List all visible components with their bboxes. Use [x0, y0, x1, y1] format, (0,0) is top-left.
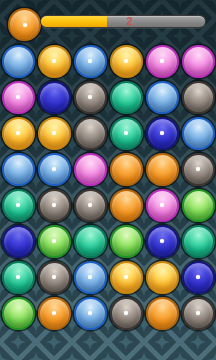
ball-center-dot [124, 131, 128, 135]
ball-gray-dotted[interactable] [38, 189, 71, 222]
board-cell [0, 43, 36, 79]
ball-center-dot [52, 203, 56, 207]
ball-green[interactable] [182, 189, 215, 222]
ball-orange[interactable] [146, 297, 179, 330]
ball-gray-dotted[interactable] [110, 297, 143, 330]
ball-teal[interactable] [182, 225, 215, 258]
ball-pink[interactable] [182, 45, 215, 78]
ball-center-dot [160, 203, 164, 207]
ball-green-dotted[interactable] [38, 225, 71, 258]
board-cell [72, 151, 108, 187]
board-cell [72, 223, 108, 259]
board-cell [72, 79, 108, 115]
board-cell [144, 295, 180, 331]
ball-gray-dotted[interactable] [182, 297, 215, 330]
board-cell [36, 223, 72, 259]
board-cell [0, 79, 36, 115]
board-cell [36, 187, 72, 223]
board-cell [180, 295, 216, 331]
progress-counter: 2 [126, 16, 132, 27]
ball-lightblue[interactable] [146, 81, 179, 114]
board-cell [180, 223, 216, 259]
ball-green[interactable] [2, 297, 35, 330]
ball-center-dot [88, 275, 92, 279]
ball-lightblue[interactable] [182, 117, 215, 150]
ball-center-dot [52, 275, 56, 279]
ball-center-dot [160, 59, 164, 63]
board-cell [108, 43, 144, 79]
board-cell [144, 223, 180, 259]
board-cell [180, 151, 216, 187]
board-cell [144, 259, 180, 295]
ball-yellow-dotted[interactable] [38, 45, 71, 78]
board-cell [36, 79, 72, 115]
ball-center-dot [52, 167, 56, 171]
board-cell [180, 259, 216, 295]
progress-bar: 2 [40, 15, 206, 28]
ball-yellow-dotted[interactable] [38, 117, 71, 150]
board-cell [144, 151, 180, 187]
board-cell [180, 79, 216, 115]
ball-center-dot [196, 311, 200, 315]
ball-navy-dotted[interactable] [182, 261, 215, 294]
ball-pink-dotted[interactable] [146, 45, 179, 78]
board-cell [36, 259, 72, 295]
ball-lightblue-dotted[interactable] [38, 153, 71, 186]
ball-gray-dotted[interactable] [74, 189, 107, 222]
ball-orange-dotted[interactable] [38, 297, 71, 330]
progress-bar-fill [41, 16, 107, 27]
ball-lightblue-dotted[interactable] [74, 261, 107, 294]
board-cell [108, 223, 144, 259]
ball-lightblue[interactable] [2, 153, 35, 186]
ball-teal-dotted[interactable] [2, 189, 35, 222]
ball-pink-dotted[interactable] [2, 81, 35, 114]
board-cell [72, 43, 108, 79]
board-cell [0, 115, 36, 151]
ball-orange[interactable] [110, 153, 143, 186]
board-cell [72, 295, 108, 331]
board-cell [180, 43, 216, 79]
ball-gray[interactable] [74, 117, 107, 150]
board-cell [0, 187, 36, 223]
ball-gray-dotted[interactable] [74, 81, 107, 114]
ball-lightblue-dotted[interactable] [74, 297, 107, 330]
ball-center-dot [124, 275, 128, 279]
board-cell [36, 43, 72, 79]
ball-teal-dotted[interactable] [2, 261, 35, 294]
board-cell [0, 223, 36, 259]
ball-center-dot [52, 311, 56, 315]
ball-teal[interactable] [110, 81, 143, 114]
ball-yellow-dotted[interactable] [2, 117, 35, 150]
ball-yellow[interactable] [146, 261, 179, 294]
board-cell [36, 115, 72, 151]
hud: 2 [0, 0, 216, 43]
ball-center-dot [52, 239, 56, 243]
board-cell [108, 187, 144, 223]
board-cell [180, 115, 216, 151]
ball-orange[interactable] [146, 153, 179, 186]
board-cell [108, 259, 144, 295]
ball-center-dot [16, 275, 20, 279]
ball-lightblue-dotted[interactable] [74, 45, 107, 78]
ball-center-dot [88, 311, 92, 315]
ball-center-dot [88, 95, 92, 99]
ball-navy[interactable] [38, 81, 71, 114]
board-cell [144, 79, 180, 115]
ball-yellow-dotted[interactable] [110, 261, 143, 294]
ball-center-dot [52, 59, 56, 63]
ball-pink[interactable] [74, 153, 107, 186]
ball-gray-dotted[interactable] [182, 153, 215, 186]
ball-navy-dotted[interactable] [146, 225, 179, 258]
board-cell [108, 151, 144, 187]
board-cell [0, 295, 36, 331]
ball-teal[interactable] [74, 225, 107, 258]
ball-center-dot [160, 131, 164, 135]
board-cell [108, 79, 144, 115]
ball-navy-dotted[interactable] [146, 117, 179, 150]
board-cell [0, 151, 36, 187]
board-cell [36, 295, 72, 331]
game-screen: 2 [0, 0, 216, 360]
ball-gray-dotted[interactable] [38, 261, 71, 294]
ball-center-dot [196, 167, 200, 171]
ball-center-dot [16, 131, 20, 135]
ball-yellow-dotted[interactable] [110, 45, 143, 78]
board-cell [36, 151, 72, 187]
ball-center-dot [88, 59, 92, 63]
ball-center-dot [16, 203, 20, 207]
ball-center-dot [196, 275, 200, 279]
board-cell [144, 187, 180, 223]
ball-center-dot [124, 311, 128, 315]
ball-center-dot [124, 59, 128, 63]
board-cell [144, 115, 180, 151]
ball-orange[interactable] [110, 189, 143, 222]
board-cell [108, 295, 144, 331]
ball-center-dot [23, 23, 27, 27]
board-cell [108, 115, 144, 151]
ball-gray[interactable] [182, 81, 215, 114]
ball-teal-dotted[interactable] [110, 117, 143, 150]
ball-lightblue[interactable] [2, 45, 35, 78]
game-board [0, 43, 216, 331]
board-cell [144, 43, 180, 79]
ball-center-dot [88, 203, 92, 207]
ball-navy[interactable] [2, 225, 35, 258]
board-cell [72, 187, 108, 223]
ball-center-dot [52, 131, 56, 135]
board-cell [180, 187, 216, 223]
ball-center-dot [16, 95, 20, 99]
board-cell [72, 115, 108, 151]
ball-center-dot [160, 239, 164, 243]
board-cell [72, 259, 108, 295]
ball-green[interactable] [110, 225, 143, 258]
ball-pink-dotted[interactable] [146, 189, 179, 222]
next-ball-indicator [8, 8, 41, 41]
board-cell [0, 259, 36, 295]
